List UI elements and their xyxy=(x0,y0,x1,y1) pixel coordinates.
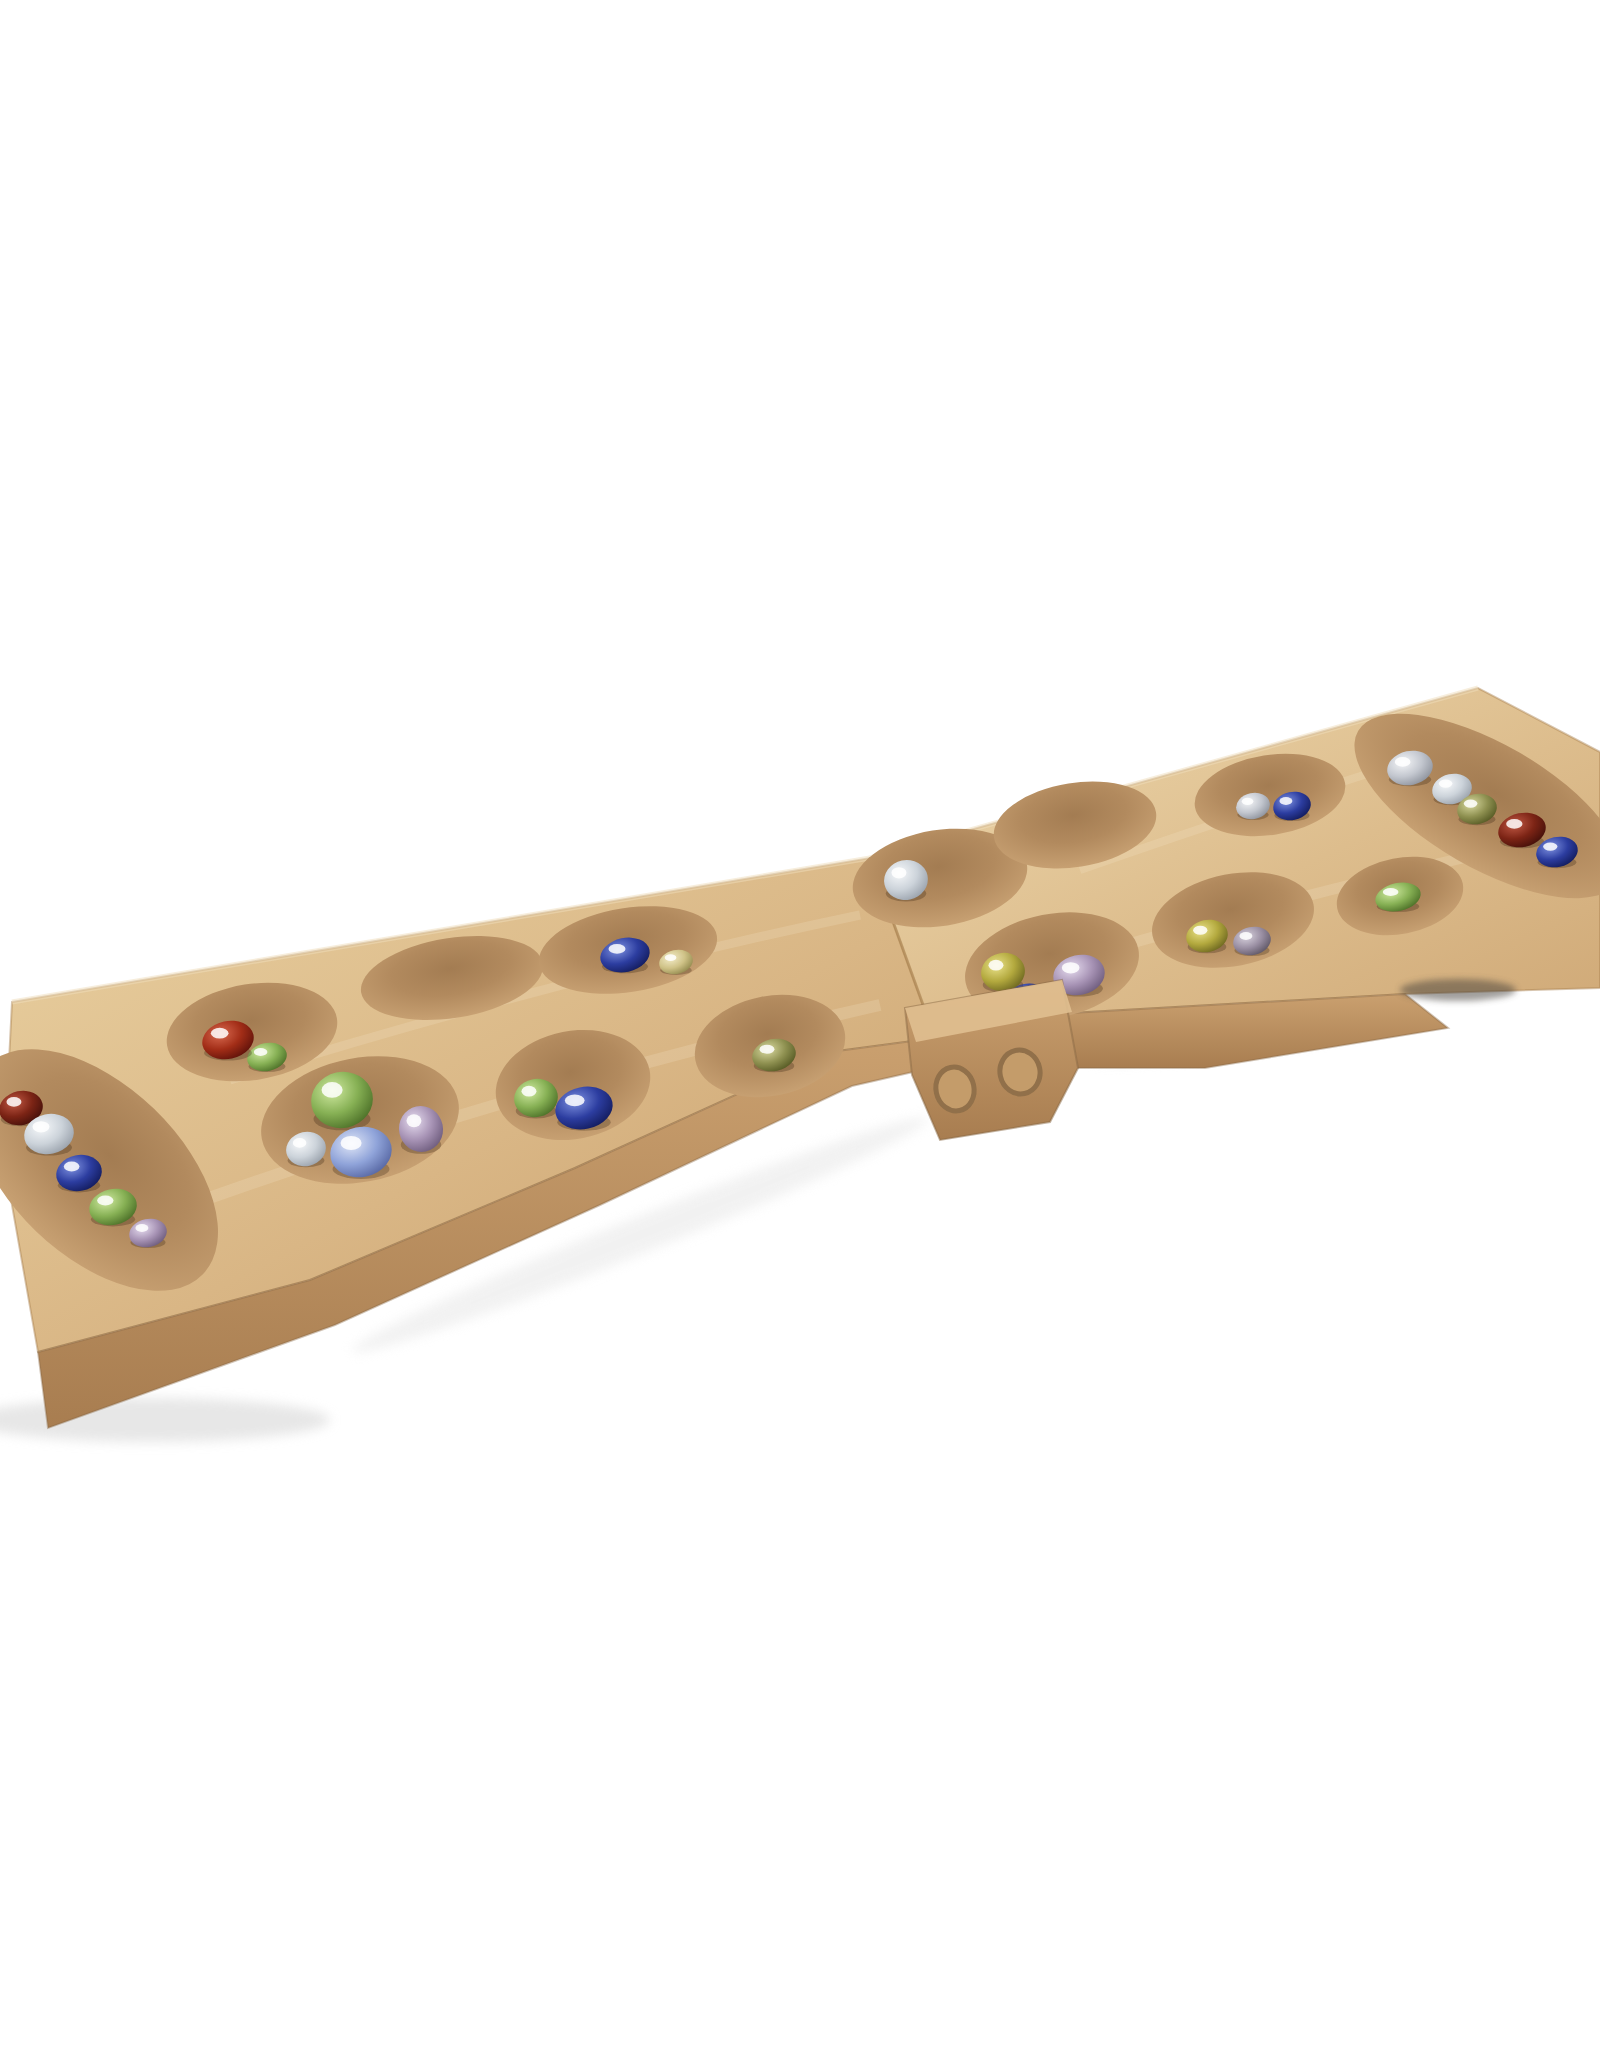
shadow-right-corner xyxy=(1400,979,1516,1001)
mancala-board-photo: Folding wooden mancala board with multic… xyxy=(0,0,1600,2048)
hinge xyxy=(905,980,1078,1140)
product-photo-scene: Folding wooden mancala board with multic… xyxy=(0,0,1600,2048)
